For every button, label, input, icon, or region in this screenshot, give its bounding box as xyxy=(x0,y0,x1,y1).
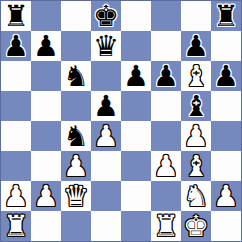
square-a6[interactable] xyxy=(1,61,31,91)
square-g7[interactable]: ♟ xyxy=(181,31,211,61)
piece-black-knight[interactable]: ♞ xyxy=(63,61,89,91)
square-f6[interactable]: ♟ xyxy=(151,61,181,91)
square-g3[interactable]: ♝ xyxy=(181,151,211,181)
piece-black-rook[interactable]: ♜ xyxy=(213,1,239,31)
piece-black-pawn[interactable]: ♟ xyxy=(123,61,149,91)
square-a8[interactable]: ♜ xyxy=(1,1,31,31)
square-h4[interactable] xyxy=(211,121,241,151)
square-g5[interactable]: ♝ xyxy=(181,91,211,121)
piece-white-rook[interactable]: ♜ xyxy=(3,211,29,241)
square-d3[interactable] xyxy=(91,151,121,181)
square-g2[interactable]: ♞ xyxy=(181,181,211,211)
piece-white-rook[interactable]: ♜ xyxy=(153,211,179,241)
piece-white-pawn[interactable]: ♟ xyxy=(153,151,179,181)
square-b6[interactable] xyxy=(31,61,61,91)
piece-white-knight[interactable]: ♞ xyxy=(183,181,209,211)
square-f5[interactable] xyxy=(151,91,181,121)
piece-white-pawn[interactable]: ♟ xyxy=(63,151,89,181)
square-e2[interactable] xyxy=(121,181,151,211)
square-b2[interactable]: ♟ xyxy=(31,181,61,211)
piece-black-pawn[interactable]: ♟ xyxy=(153,61,179,91)
square-g6[interactable]: ♝ xyxy=(181,61,211,91)
square-e1[interactable] xyxy=(121,211,151,241)
piece-black-rook[interactable]: ♜ xyxy=(3,1,29,31)
square-d6[interactable] xyxy=(91,61,121,91)
square-b4[interactable] xyxy=(31,121,61,151)
piece-white-king[interactable]: ♚ xyxy=(183,211,209,241)
square-h6[interactable]: ♟ xyxy=(211,61,241,91)
square-a4[interactable] xyxy=(1,121,31,151)
square-c2[interactable]: ♛ xyxy=(61,181,91,211)
square-c8[interactable] xyxy=(61,1,91,31)
square-d8[interactable]: ♚ xyxy=(91,1,121,31)
square-h1[interactable] xyxy=(211,211,241,241)
square-h5[interactable] xyxy=(211,91,241,121)
piece-black-bishop[interactable]: ♝ xyxy=(183,91,209,121)
piece-white-pawn[interactable]: ♟ xyxy=(3,181,29,211)
square-d4[interactable]: ♟ xyxy=(91,121,121,151)
piece-black-knight[interactable]: ♞ xyxy=(63,121,89,151)
square-b3[interactable] xyxy=(31,151,61,181)
square-a3[interactable] xyxy=(1,151,31,181)
chess-board: ♜♚♜♟♟♛♟♞♟♟♝♟♟♝♞♟♟♟♟♝♟♟♛♞♟♜♜♚ xyxy=(0,0,242,242)
square-h2[interactable]: ♟ xyxy=(211,181,241,211)
piece-black-pawn[interactable]: ♟ xyxy=(93,91,119,121)
square-f3[interactable]: ♟ xyxy=(151,151,181,181)
piece-black-pawn[interactable]: ♟ xyxy=(213,61,239,91)
square-c3[interactable]: ♟ xyxy=(61,151,91,181)
square-d7[interactable]: ♛ xyxy=(91,31,121,61)
square-b1[interactable] xyxy=(31,211,61,241)
piece-white-bishop[interactable]: ♝ xyxy=(183,61,209,91)
square-e6[interactable]: ♟ xyxy=(121,61,151,91)
square-b8[interactable] xyxy=(31,1,61,31)
square-d5[interactable]: ♟ xyxy=(91,91,121,121)
square-e4[interactable] xyxy=(121,121,151,151)
piece-white-pawn[interactable]: ♟ xyxy=(213,181,239,211)
piece-black-queen[interactable]: ♛ xyxy=(93,31,119,61)
square-e5[interactable] xyxy=(121,91,151,121)
square-h3[interactable] xyxy=(211,151,241,181)
square-h7[interactable] xyxy=(211,31,241,61)
piece-white-queen[interactable]: ♛ xyxy=(63,181,89,211)
piece-white-pawn[interactable]: ♟ xyxy=(33,181,59,211)
square-c6[interactable]: ♞ xyxy=(61,61,91,91)
piece-black-pawn[interactable]: ♟ xyxy=(33,31,59,61)
square-h8[interactable]: ♜ xyxy=(211,1,241,31)
square-b5[interactable] xyxy=(31,91,61,121)
square-a1[interactable]: ♜ xyxy=(1,211,31,241)
square-c7[interactable] xyxy=(61,31,91,61)
square-g4[interactable]: ♟ xyxy=(181,121,211,151)
square-a2[interactable]: ♟ xyxy=(1,181,31,211)
square-a5[interactable] xyxy=(1,91,31,121)
square-d1[interactable] xyxy=(91,211,121,241)
piece-white-pawn[interactable]: ♟ xyxy=(183,121,209,151)
piece-black-pawn[interactable]: ♟ xyxy=(183,31,209,61)
chess-board-container: ♜♚♜♟♟♛♟♞♟♟♝♟♟♝♞♟♟♟♟♝♟♟♛♞♟♜♜♚ xyxy=(0,0,242,242)
square-d2[interactable] xyxy=(91,181,121,211)
square-c4[interactable]: ♞ xyxy=(61,121,91,151)
piece-black-pawn[interactable]: ♟ xyxy=(3,31,29,61)
square-e7[interactable] xyxy=(121,31,151,61)
square-c5[interactable] xyxy=(61,91,91,121)
square-g8[interactable] xyxy=(181,1,211,31)
square-g1[interactable]: ♚ xyxy=(181,211,211,241)
piece-white-bishop[interactable]: ♝ xyxy=(183,151,209,181)
square-e3[interactable] xyxy=(121,151,151,181)
square-c1[interactable] xyxy=(61,211,91,241)
piece-black-king[interactable]: ♚ xyxy=(93,1,119,31)
square-f1[interactable]: ♜ xyxy=(151,211,181,241)
square-f4[interactable] xyxy=(151,121,181,151)
square-b7[interactable]: ♟ xyxy=(31,31,61,61)
square-a7[interactable]: ♟ xyxy=(1,31,31,61)
square-f2[interactable] xyxy=(151,181,181,211)
square-f8[interactable] xyxy=(151,1,181,31)
square-e8[interactable] xyxy=(121,1,151,31)
square-f7[interactable] xyxy=(151,31,181,61)
piece-white-pawn[interactable]: ♟ xyxy=(93,121,119,151)
